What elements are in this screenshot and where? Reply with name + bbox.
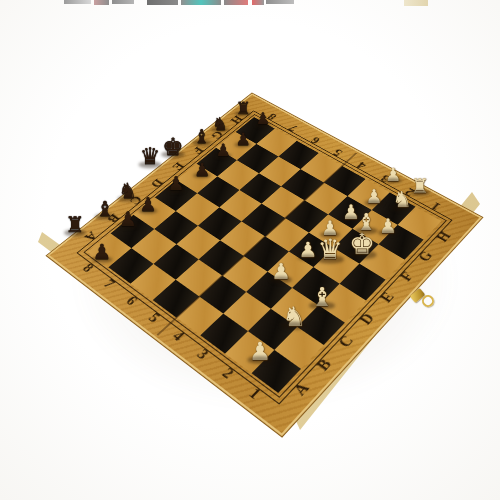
piece-shadow	[193, 140, 212, 146]
piece-shadow	[139, 208, 158, 214]
piece-shadow	[309, 302, 335, 310]
piece-shadow	[378, 230, 398, 236]
piece-shadow	[410, 190, 430, 196]
piece-shadow	[365, 200, 384, 206]
scene: ABCDEFGH ABCDEFGH 12345678 12345678 ♜♟♞♝…	[0, 0, 500, 500]
piece-shadow	[391, 204, 413, 211]
piece-shadow	[341, 216, 361, 222]
piece-shadow	[270, 276, 292, 283]
piece-shadow	[348, 250, 377, 259]
piece-shadow	[255, 122, 271, 127]
piece-shadow	[320, 232, 340, 238]
piece-shadow	[281, 322, 308, 330]
piece-shadow	[118, 223, 138, 229]
piece-shadow	[355, 227, 378, 234]
piece-shadow	[167, 187, 186, 193]
pieces-layer: ♜♟♞♝♟♚♟♛♟♟♟♜♞♟♞♟♝♟♟♝♜♟♟♚♟♟♛♟♝♞♟	[0, 0, 500, 500]
piece-shadow	[64, 229, 86, 236]
piece-shadow	[139, 161, 162, 168]
piece-shadow	[248, 356, 273, 364]
